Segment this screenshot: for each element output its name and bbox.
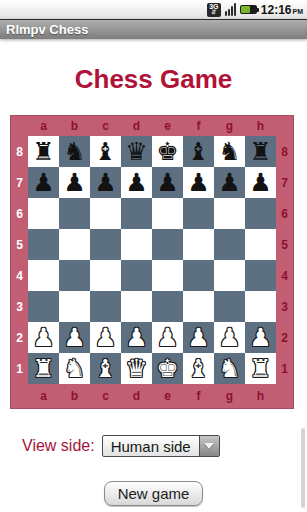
square-h1[interactable]: ♜ [245, 353, 276, 384]
piece-black-pawn: ♟ [125, 170, 147, 195]
scrollbar[interactable] [301, 428, 305, 508]
rank-label-left-2: 2 [11, 322, 28, 353]
rank-label-right-4: 4 [276, 260, 293, 291]
square-g8[interactable]: ♞ [214, 136, 245, 167]
square-f1[interactable]: ♝ [183, 353, 214, 384]
square-d3[interactable] [121, 291, 152, 322]
piece-white-knight: ♞ [218, 356, 240, 381]
square-c2[interactable]: ♟ [90, 322, 121, 353]
square-d7[interactable]: ♟ [121, 167, 152, 198]
square-c8[interactable]: ♝ [90, 136, 121, 167]
view-side-selected-value: Human side [103, 436, 199, 456]
file-label-bottom-h: h [245, 384, 276, 408]
square-e1[interactable]: ♚ [152, 353, 183, 384]
board-corner [11, 384, 28, 408]
rank-label-right-1: 1 [276, 353, 293, 384]
square-h3[interactable] [245, 291, 276, 322]
square-d1[interactable]: ♛ [121, 353, 152, 384]
square-c4[interactable] [90, 260, 121, 291]
piece-white-pawn: ♟ [249, 325, 271, 350]
square-a3[interactable] [28, 291, 59, 322]
square-a7[interactable]: ♟ [28, 167, 59, 198]
board-corner [276, 384, 293, 408]
file-label-bottom-e: e [152, 384, 183, 408]
file-label-top-f: f [183, 116, 214, 136]
rank-label-right-8: 8 [276, 136, 293, 167]
square-f7[interactable]: ♟ [183, 167, 214, 198]
piece-black-pawn: ♟ [187, 170, 209, 195]
square-f4[interactable] [183, 260, 214, 291]
square-a8[interactable]: ♜ [28, 136, 59, 167]
square-e2[interactable]: ♟ [152, 322, 183, 353]
square-g4[interactable] [214, 260, 245, 291]
status-time: 12:16PM [261, 3, 303, 17]
piece-black-rook: ♜ [249, 139, 271, 164]
square-f2[interactable]: ♟ [183, 322, 214, 353]
piece-white-pawn: ♟ [63, 325, 85, 350]
square-e6[interactable] [152, 198, 183, 229]
file-label-top-b: b [59, 116, 90, 136]
view-side-label: View side: [22, 437, 95, 455]
rank-label-left-4: 4 [11, 260, 28, 291]
square-d2[interactable]: ♟ [121, 322, 152, 353]
piece-black-pawn: ♟ [63, 170, 85, 195]
square-g2[interactable]: ♟ [214, 322, 245, 353]
square-d5[interactable] [121, 229, 152, 260]
new-game-button[interactable]: New game [104, 481, 204, 506]
square-e7[interactable]: ♟ [152, 167, 183, 198]
data-arrows-icon: ⇵ [211, 10, 216, 15]
rank-label-left-7: 7 [11, 167, 28, 198]
square-f8[interactable]: ♝ [183, 136, 214, 167]
square-d8[interactable]: ♛ [121, 136, 152, 167]
square-g7[interactable]: ♟ [214, 167, 245, 198]
piece-black-knight: ♞ [218, 139, 240, 164]
piece-black-pawn: ♟ [32, 170, 54, 195]
square-c6[interactable] [90, 198, 121, 229]
piece-white-rook: ♜ [249, 356, 271, 381]
rank-label-right-7: 7 [276, 167, 293, 198]
piece-black-pawn: ♟ [218, 170, 240, 195]
view-side-row: View side: Human side [22, 435, 307, 457]
square-a4[interactable] [28, 260, 59, 291]
piece-black-bishop: ♝ [94, 139, 116, 164]
square-d6[interactable] [121, 198, 152, 229]
file-label-bottom-a: a [28, 384, 59, 408]
file-label-top-d: d [121, 116, 152, 136]
board-corner [11, 116, 28, 136]
piece-black-queen: ♛ [125, 139, 147, 164]
square-f6[interactable] [183, 198, 214, 229]
square-h2[interactable]: ♟ [245, 322, 276, 353]
file-label-top-c: c [90, 116, 121, 136]
square-g3[interactable] [214, 291, 245, 322]
square-b5[interactable] [59, 229, 90, 260]
dropdown-arrow-button[interactable] [199, 436, 219, 456]
square-a6[interactable] [28, 198, 59, 229]
square-f3[interactable] [183, 291, 214, 322]
square-h4[interactable] [245, 260, 276, 291]
square-c5[interactable] [90, 229, 121, 260]
rank-label-right-5: 5 [276, 229, 293, 260]
app-title: Rlmpv Chess [6, 22, 88, 37]
piece-white-pawn: ♟ [218, 325, 240, 350]
piece-black-pawn: ♟ [249, 170, 271, 195]
rank-label-left-6: 6 [11, 198, 28, 229]
file-label-bottom-d: d [121, 384, 152, 408]
piece-black-king: ♚ [156, 139, 178, 164]
square-b7[interactable]: ♟ [59, 167, 90, 198]
square-e8[interactable]: ♚ [152, 136, 183, 167]
button-row: New game [0, 481, 307, 506]
battery-charging-icon [240, 5, 257, 14]
square-c1[interactable]: ♝ [90, 353, 121, 384]
3g-data-icon: 3G ⇵ [207, 3, 221, 17]
rank-label-right-6: 6 [276, 198, 293, 229]
piece-black-rook: ♜ [32, 139, 54, 164]
piece-white-pawn: ♟ [94, 325, 116, 350]
square-g1[interactable]: ♞ [214, 353, 245, 384]
status-bar: 3G ⇵ 12:16PM [0, 0, 307, 19]
chevron-down-icon [204, 443, 214, 449]
piece-white-knight: ♞ [63, 356, 85, 381]
square-h5[interactable] [245, 229, 276, 260]
rank-label-left-8: 8 [11, 136, 28, 167]
file-label-top-a: a [28, 116, 59, 136]
piece-black-knight: ♞ [63, 139, 85, 164]
piece-white-rook: ♜ [32, 356, 54, 381]
piece-black-pawn: ♟ [94, 170, 116, 195]
square-e3[interactable] [152, 291, 183, 322]
piece-black-pawn: ♟ [156, 170, 178, 195]
rank-label-left-5: 5 [11, 229, 28, 260]
file-label-top-g: g [214, 116, 245, 136]
file-label-bottom-b: b [59, 384, 90, 408]
square-b2[interactable]: ♟ [59, 322, 90, 353]
square-h6[interactable] [245, 198, 276, 229]
square-b1[interactable]: ♞ [59, 353, 90, 384]
square-a5[interactable] [28, 229, 59, 260]
square-b6[interactable] [59, 198, 90, 229]
square-b4[interactable] [59, 260, 90, 291]
piece-white-pawn: ♟ [156, 325, 178, 350]
square-c3[interactable] [90, 291, 121, 322]
square-f5[interactable] [183, 229, 214, 260]
file-label-bottom-c: c [90, 384, 121, 408]
square-d4[interactable] [121, 260, 152, 291]
square-a2[interactable]: ♟ [28, 322, 59, 353]
view-side-select[interactable]: Human side [102, 435, 220, 457]
square-b3[interactable] [59, 291, 90, 322]
page-title: Chess Game [0, 66, 307, 93]
square-c7[interactable]: ♟ [90, 167, 121, 198]
file-label-bottom-f: f [183, 384, 214, 408]
piece-white-bishop: ♝ [187, 356, 209, 381]
rank-label-left-1: 1 [11, 353, 28, 384]
title-bar: Rlmpv Chess [0, 19, 307, 39]
chess-board: abcdefgh8♜♞♝♛♚♝♞♜87♟♟♟♟♟♟♟♟7665544332♟♟♟… [10, 115, 294, 409]
square-e4[interactable] [152, 260, 183, 291]
square-g5[interactable] [214, 229, 245, 260]
rank-label-right-2: 2 [276, 322, 293, 353]
square-b8[interactable]: ♞ [59, 136, 90, 167]
rank-label-right-3: 3 [276, 291, 293, 322]
square-e5[interactable] [152, 229, 183, 260]
piece-white-bishop: ♝ [94, 356, 116, 381]
square-g6[interactable] [214, 198, 245, 229]
piece-white-pawn: ♟ [187, 325, 209, 350]
square-h7[interactable]: ♟ [245, 167, 276, 198]
piece-white-pawn: ♟ [32, 325, 54, 350]
rank-label-left-3: 3 [11, 291, 28, 322]
piece-white-king: ♚ [156, 356, 178, 381]
piece-white-pawn: ♟ [125, 325, 147, 350]
board-corner [276, 116, 293, 136]
file-label-top-e: e [152, 116, 183, 136]
signal-strength-icon [225, 3, 236, 16]
file-label-top-h: h [245, 116, 276, 136]
time-text: 12:16 [261, 3, 292, 17]
square-h8[interactable]: ♜ [245, 136, 276, 167]
square-a1[interactable]: ♜ [28, 353, 59, 384]
file-label-bottom-g: g [214, 384, 245, 408]
meridiem-text: PM [293, 8, 304, 15]
piece-black-bishop: ♝ [187, 139, 209, 164]
piece-white-queen: ♛ [125, 356, 147, 381]
